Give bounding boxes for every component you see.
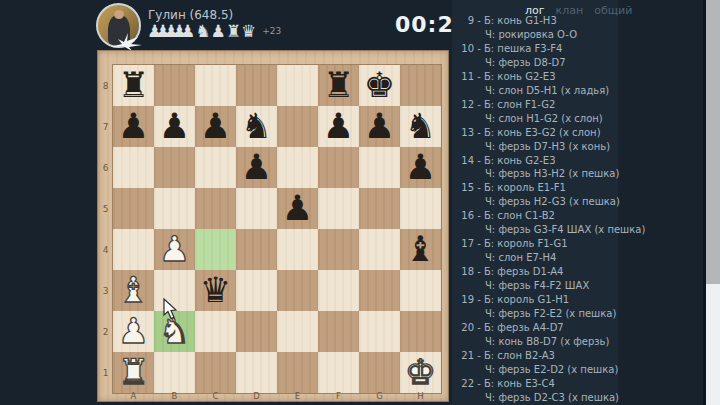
square-b7[interactable]: ♟ [154,106,195,147]
piece-black-rook[interactable]: ♜ [323,65,354,106]
piece-white-rook[interactable]: ♜ [118,352,149,393]
move-black-row: Ч: слон D5-H1 (х ладья) [460,84,618,98]
move-white-row: 16 - Б: слон C1-B2 [460,209,618,223]
move-black-row: Ч: ферзь E2-D2 (х пешка) [460,363,618,377]
square-e2[interactable] [277,311,318,352]
move-white-row: 15 - Б: король E1-F1 [460,181,618,195]
square-d1[interactable] [236,352,277,393]
captured-pieces-tray: ♟♟♟♟♟ ♞♟♜♛ +23 [147,19,281,43]
board-grid: ♜♜♚♟♟♟♞♟♟♞♟♟♟♟♝♝♛♟♞♜♚ [113,65,441,393]
square-g5[interactable] [359,188,400,229]
square-f8[interactable]: ♜ [318,65,359,106]
square-e5[interactable]: ♟ [277,188,318,229]
square-b6[interactable] [154,147,195,188]
square-g8[interactable]: ♚ [359,65,400,106]
file-label-G: G [359,390,400,401]
move-black-row: Ч: рокировка O-O [460,28,618,42]
piece-black-knight[interactable]: ♞ [241,106,272,147]
square-f5[interactable] [318,188,359,229]
move-black-row: Ч: ферзь D2-C3 (х пешка) [460,391,618,405]
move-black-row: Ч: ферзь H2-G3 (х пешка) [460,195,618,209]
square-a1[interactable]: ♜ [113,352,154,393]
move-white-row: 20 - Б: ферзь A4-D7 [460,321,618,335]
material-advantage: +23 [262,26,281,36]
file-label-C: C [195,390,236,401]
square-b1[interactable] [154,352,195,393]
move-white-row: 12 - Б: слон F1-G2 [460,98,618,112]
square-e6[interactable] [277,147,318,188]
square-e1[interactable] [277,352,318,393]
move-log-panel: 9 - Б: конь G1-H3Ч: рокировка O-O10 - Б:… [452,0,618,405]
move-white-row: 13 - Б: конь E3-G2 (х слон) [460,126,618,140]
scrollbar-thumb[interactable] [706,0,720,284]
square-d7[interactable]: ♞ [236,106,277,147]
piece-black-pawn[interactable]: ♟ [364,106,395,147]
piece-black-rook[interactable]: ♜ [118,65,149,106]
chat-tabs: логкланобщий [525,4,632,17]
rank-label-7: 7 [98,106,113,147]
move-white-row: 17 - Б: король F1-G1 [460,237,618,251]
square-f2[interactable] [318,311,359,352]
move-list: 9 - Б: конь G1-H3Ч: рокировка O-O10 - Б:… [460,14,618,405]
chess-board: ♜♜♚♟♟♟♞♟♟♞♟♟♟♟♝♝♛♟♞♜♚ 87654321 ABCDEFGH [97,50,449,402]
square-g1[interactable] [359,352,400,393]
piece-black-pawn[interactable]: ♟ [282,188,313,229]
move-white-row: 11 - Б: конь G2-E3 [460,70,618,84]
scrollbar-track[interactable] [706,0,720,405]
piece-white-king[interactable]: ♚ [405,352,436,393]
captured-pieces: ♞♟♜♛ [195,19,256,43]
move-white-row: 19 - Б: король G1-H1 [460,293,618,307]
move-black-row: Ч: конь B8-D7 (х ферзь) [460,335,618,349]
square-h6[interactable]: ♟ [400,147,441,188]
move-white-row: 10 - Б: пешка F3-F4 [460,42,618,56]
square-c5[interactable] [195,188,236,229]
square-h3[interactable] [400,270,441,311]
square-c6[interactable] [195,147,236,188]
tab-лог[interactable]: лог [525,4,545,17]
file-label-A: A [113,390,154,401]
square-f1[interactable] [318,352,359,393]
square-e7[interactable] [277,106,318,147]
captured-pawns: ♟♟♟♟♟ [147,19,188,43]
square-f6[interactable] [318,147,359,188]
move-black-row: Ч: ферзь F2-E2 (х пешка) [460,307,618,321]
move-black-row: Ч: слон E7-H4 [460,251,618,265]
move-black-row: Ч: слон H1-G2 (х слон) [460,112,618,126]
rank-label-2: 2 [98,311,113,352]
square-f4[interactable] [318,229,359,270]
square-h2[interactable] [400,311,441,352]
square-g3[interactable] [359,270,400,311]
square-c2[interactable] [195,311,236,352]
square-g6[interactable] [359,147,400,188]
square-e8[interactable] [277,65,318,106]
square-d5[interactable] [236,188,277,229]
mouse-cursor-icon [163,298,179,320]
square-a6[interactable] [113,147,154,188]
move-black-row: Ч: ферзь D8-D7 [460,56,618,70]
square-a5[interactable] [113,188,154,229]
square-g7[interactable]: ♟ [359,106,400,147]
square-c7[interactable]: ♟ [195,106,236,147]
move-black-row: Ч: ферзь H3-H2 (х пешка) [460,167,618,181]
square-g4[interactable] [359,229,400,270]
move-white-row: 18 - Б: ферзь D1-A4 [460,265,618,279]
square-a4[interactable] [113,229,154,270]
rank-label-8: 8 [98,65,113,106]
file-label-E: E [277,390,318,401]
piece-white-bishop[interactable]: ♝ [118,270,149,311]
square-g2[interactable] [359,311,400,352]
square-c1[interactable] [195,352,236,393]
piece-black-king[interactable]: ♚ [364,65,395,106]
piece-black-bishop[interactable]: ♝ [405,229,436,270]
square-e3[interactable] [277,270,318,311]
piece-black-pawn[interactable]: ♟ [118,106,149,147]
square-b4[interactable]: ♟ [154,229,195,270]
piece-black-pawn[interactable]: ♟ [159,106,190,147]
square-e4[interactable] [277,229,318,270]
move-white-row: 21 - Б: слон B2-A3 [460,349,618,363]
rank-label-6: 6 [98,147,113,188]
square-h8[interactable] [400,65,441,106]
file-label-B: B [154,390,195,401]
square-d2[interactable] [236,311,277,352]
square-a3[interactable]: ♝ [113,270,154,311]
dove-icon [108,31,144,52]
rank-label-3: 3 [98,270,113,311]
square-h1[interactable]: ♚ [400,352,441,393]
move-black-row: Ч: ферзь D7-H3 (х конь) [460,140,618,154]
square-c8[interactable] [195,65,236,106]
rank-label-5: 5 [98,188,113,229]
square-a7[interactable]: ♟ [113,106,154,147]
rank-label-4: 4 [98,229,113,270]
square-a2[interactable]: ♟ [113,311,154,352]
square-f7[interactable]: ♟ [318,106,359,147]
file-label-H: H [400,390,441,401]
piece-white-pawn[interactable]: ♟ [118,311,149,352]
piece-black-knight[interactable]: ♞ [405,106,436,147]
file-label-F: F [318,390,359,401]
square-h4[interactable]: ♝ [400,229,441,270]
square-f3[interactable] [318,270,359,311]
file-label-D: D [236,390,277,401]
square-b5[interactable] [154,188,195,229]
move-white-row: 14 - Б: конь G2-E3 [460,154,618,168]
square-c3[interactable]: ♛ [195,270,236,311]
move-black-row: Ч: ферзь F4-F2 ШАХ [460,279,618,293]
move-black-row: Ч: ферзь G3-F4 ШАХ (х пешка) [460,223,618,237]
tab-клан[interactable]: клан [556,4,584,17]
piece-black-pawn[interactable]: ♟ [323,106,354,147]
square-d6[interactable]: ♟ [236,147,277,188]
square-d4[interactable] [236,229,277,270]
square-d3[interactable] [236,270,277,311]
piece-black-pawn[interactable]: ♟ [405,147,436,188]
square-c4[interactable] [195,229,236,270]
square-h7[interactable]: ♞ [400,106,441,147]
square-h5[interactable] [400,188,441,229]
square-a8[interactable]: ♜ [113,65,154,106]
piece-black-pawn[interactable]: ♟ [200,106,231,147]
avatar-person-head [114,10,124,19]
piece-black-pawn[interactable]: ♟ [241,147,272,188]
piece-black-queen[interactable]: ♛ [200,270,231,311]
move-white-row: 22 - Б: конь E3-C4 [460,377,618,391]
rank-label-1: 1 [98,352,113,393]
square-d8[interactable] [236,65,277,106]
square-b8[interactable] [154,65,195,106]
piece-white-pawn[interactable]: ♟ [159,229,190,270]
tab-общий[interactable]: общий [594,4,632,17]
